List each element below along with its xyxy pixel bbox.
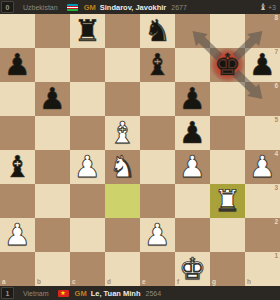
square-h7[interactable]: ♟7 xyxy=(245,48,280,82)
square-d4[interactable]: ♞ xyxy=(105,150,140,184)
piece-black-knight[interactable]: ♞ xyxy=(140,14,175,48)
square-b5[interactable] xyxy=(35,116,70,150)
square-b1[interactable]: b xyxy=(35,252,70,286)
top-player-name[interactable]: Sindarov, Javokhir xyxy=(100,3,167,12)
coord-file-b: b xyxy=(37,279,41,286)
coord-rank-8: 8 xyxy=(274,15,278,22)
bottom-player-country: Vietnam xyxy=(23,290,49,297)
bottom-player-score: 1 xyxy=(1,287,14,299)
square-c5[interactable] xyxy=(70,116,105,150)
square-d8[interactable] xyxy=(105,14,140,48)
bishop-icon: ♝ xyxy=(259,3,267,12)
piece-white-king[interactable]: ♚ xyxy=(175,252,210,286)
square-d1[interactable]: d xyxy=(105,252,140,286)
piece-black-bishop[interactable]: ♝ xyxy=(0,150,35,184)
square-f7[interactable] xyxy=(175,48,210,82)
top-player-title: GM xyxy=(84,3,96,12)
bottom-player-name[interactable]: Le, Tuan Minh xyxy=(91,289,141,298)
square-f2[interactable] xyxy=(175,218,210,252)
coord-rank-2: 2 xyxy=(274,219,278,226)
coord-rank-5: 5 xyxy=(274,117,278,124)
square-h6[interactable]: 6 xyxy=(245,82,280,116)
square-g3[interactable]: ♜ xyxy=(210,184,245,218)
piece-black-rook[interactable]: ♜ xyxy=(70,14,105,48)
chess-board[interactable]: ♜♞8♟♝♚♟7♟♟6♝♟5♝♟♞♟♟4♜3♟♟2abcde♚fg1h xyxy=(0,14,280,286)
piece-white-knight[interactable]: ♞ xyxy=(105,150,140,184)
coord-file-a: a xyxy=(2,279,6,286)
square-e8[interactable]: ♞ xyxy=(140,14,175,48)
piece-white-bishop[interactable]: ♝ xyxy=(105,116,140,150)
vietnam-flag-icon: ★ xyxy=(58,290,69,297)
square-c2[interactable] xyxy=(70,218,105,252)
coord-file-d: d xyxy=(107,279,111,286)
square-g1[interactable]: g xyxy=(210,252,245,286)
piece-black-pawn[interactable]: ♟ xyxy=(175,116,210,150)
square-g4[interactable] xyxy=(210,150,245,184)
square-d2[interactable] xyxy=(105,218,140,252)
top-player-bar: 0 Uzbekistan GM Sindarov, Javokhir 2677 … xyxy=(0,0,280,14)
square-d3[interactable] xyxy=(105,184,140,218)
square-c8[interactable]: ♜ xyxy=(70,14,105,48)
square-g6[interactable] xyxy=(210,82,245,116)
square-b4[interactable] xyxy=(35,150,70,184)
square-c3[interactable] xyxy=(70,184,105,218)
coord-rank-6: 6 xyxy=(274,83,278,90)
material-advantage: +3 xyxy=(268,4,276,11)
piece-black-pawn[interactable]: ♟ xyxy=(245,48,280,82)
square-f4[interactable]: ♟ xyxy=(175,150,210,184)
square-e4[interactable] xyxy=(140,150,175,184)
square-c7[interactable] xyxy=(70,48,105,82)
top-player-country: Uzbekistan xyxy=(23,4,58,11)
square-b3[interactable] xyxy=(35,184,70,218)
top-player-material: ♝ +3 xyxy=(259,3,276,12)
square-b8[interactable] xyxy=(35,14,70,48)
square-b7[interactable] xyxy=(35,48,70,82)
square-g8[interactable] xyxy=(210,14,245,48)
square-d5[interactable]: ♝ xyxy=(105,116,140,150)
square-a6[interactable] xyxy=(0,82,35,116)
coord-rank-1: 1 xyxy=(274,253,278,260)
square-f1[interactable]: ♚f xyxy=(175,252,210,286)
square-a8[interactable] xyxy=(0,14,35,48)
square-a3[interactable] xyxy=(0,184,35,218)
square-e2[interactable]: ♟ xyxy=(140,218,175,252)
coord-file-e: e xyxy=(142,279,146,286)
coord-file-g: g xyxy=(212,279,216,286)
square-e6[interactable] xyxy=(140,82,175,116)
piece-white-pawn[interactable]: ♟ xyxy=(0,218,35,252)
piece-black-pawn[interactable]: ♟ xyxy=(35,82,70,116)
square-c4[interactable]: ♟ xyxy=(70,150,105,184)
square-e7[interactable]: ♝ xyxy=(140,48,175,82)
square-e3[interactable] xyxy=(140,184,175,218)
piece-black-pawn[interactable]: ♟ xyxy=(0,48,35,82)
piece-black-bishop[interactable]: ♝ xyxy=(140,48,175,82)
square-d7[interactable] xyxy=(105,48,140,82)
square-g7[interactable]: ♚ xyxy=(210,48,245,82)
square-h1[interactable]: 1h xyxy=(245,252,280,286)
square-h3[interactable]: 3 xyxy=(245,184,280,218)
bottom-player-bar: 1 Vietnam ★ GM Le, Tuan Minh 2564 xyxy=(0,286,280,300)
square-e1[interactable]: e xyxy=(140,252,175,286)
square-f6[interactable]: ♟ xyxy=(175,82,210,116)
square-b6[interactable]: ♟ xyxy=(35,82,70,116)
star-icon: ★ xyxy=(60,290,65,297)
board-area: ♜♞8♟♝♚♟7♟♟6♝♟5♝♟♞♟♟4♜3♟♟2abcde♚fg1h xyxy=(0,14,280,286)
piece-black-king[interactable]: ♚ xyxy=(210,48,245,82)
square-c1[interactable]: c xyxy=(70,252,105,286)
piece-white-pawn[interactable]: ♟ xyxy=(70,150,105,184)
square-h2[interactable]: 2 xyxy=(245,218,280,252)
square-g2[interactable] xyxy=(210,218,245,252)
square-a7[interactable]: ♟ xyxy=(0,48,35,82)
square-h5[interactable]: 5 xyxy=(245,116,280,150)
square-h4[interactable]: ♟4 xyxy=(245,150,280,184)
square-a4[interactable]: ♝ xyxy=(0,150,35,184)
uzbekistan-flag-icon xyxy=(67,4,78,11)
square-e5[interactable] xyxy=(140,116,175,150)
square-a5[interactable] xyxy=(0,116,35,150)
piece-white-rook[interactable]: ♜ xyxy=(210,184,245,218)
bottom-player-rating: 2564 xyxy=(146,290,162,297)
square-a1[interactable]: a xyxy=(0,252,35,286)
square-f5[interactable]: ♟ xyxy=(175,116,210,150)
coord-rank-3: 3 xyxy=(274,185,278,192)
piece-white-pawn[interactable]: ♟ xyxy=(175,150,210,184)
coord-file-c: c xyxy=(72,279,76,286)
square-h8[interactable]: 8 xyxy=(245,14,280,48)
piece-white-pawn[interactable]: ♟ xyxy=(140,218,175,252)
piece-black-pawn[interactable]: ♟ xyxy=(175,82,210,116)
square-g5[interactable] xyxy=(210,116,245,150)
bottom-player-title: GM xyxy=(75,289,87,298)
piece-white-pawn[interactable]: ♟ xyxy=(245,150,280,184)
top-player-rating: 2677 xyxy=(171,4,187,11)
square-b2[interactable] xyxy=(35,218,70,252)
square-d6[interactable] xyxy=(105,82,140,116)
square-f3[interactable] xyxy=(175,184,210,218)
square-f8[interactable] xyxy=(175,14,210,48)
square-a2[interactable]: ♟ xyxy=(0,218,35,252)
top-player-score: 0 xyxy=(1,1,14,13)
coord-file-h: h xyxy=(247,279,251,286)
square-c6[interactable] xyxy=(70,82,105,116)
